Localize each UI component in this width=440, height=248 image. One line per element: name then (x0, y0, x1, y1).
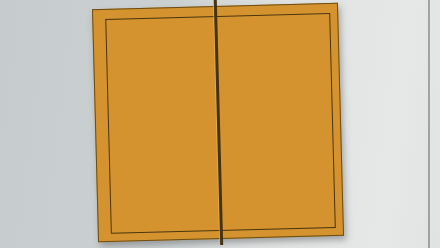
photo-scene (0, 0, 440, 248)
chess-board (92, 3, 344, 242)
wall-seam-line (428, 0, 430, 248)
